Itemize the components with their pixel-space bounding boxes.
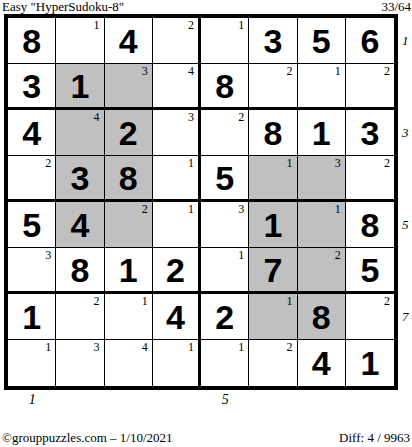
cell-r4c3[interactable]: 8 bbox=[105, 156, 153, 202]
cell-value: 1 bbox=[105, 248, 152, 291]
pencil-mark: 2 bbox=[238, 110, 244, 124]
cell-value: 8 bbox=[56, 248, 103, 291]
cell-value: 3 bbox=[249, 18, 296, 63]
cell-r7c6[interactable]: 1 bbox=[249, 294, 297, 340]
cell-r3c1[interactable]: 4 bbox=[8, 110, 56, 156]
cell-value: 8 bbox=[201, 64, 248, 107]
cell-value: 1 bbox=[298, 110, 345, 155]
cell-r4c4[interactable]: 1 bbox=[153, 156, 201, 202]
pencil-mark: 1 bbox=[188, 202, 194, 216]
pencil-mark: 1 bbox=[335, 64, 341, 78]
cell-r6c2[interactable]: 8 bbox=[56, 248, 104, 294]
cell-value: 1 bbox=[56, 64, 103, 107]
pencil-mark: 3 bbox=[45, 248, 51, 262]
pencil-mark: 2 bbox=[287, 340, 293, 354]
cell-r8c6[interactable]: 2 bbox=[249, 340, 297, 386]
cell-r5c8[interactable]: 8 bbox=[346, 202, 394, 248]
difficulty-text: Diff: 4 / 9963 bbox=[339, 430, 410, 446]
pencil-mark: 1 bbox=[238, 18, 244, 32]
cell-value: 3 bbox=[8, 64, 55, 107]
cell-r4c5[interactable]: 5 bbox=[201, 156, 249, 202]
cell-r2c5[interactable]: 8 bbox=[201, 64, 249, 110]
cell-r1c2[interactable]: 1 bbox=[56, 18, 104, 64]
pencil-mark: 1 bbox=[238, 340, 244, 354]
cell-r2c8[interactable]: 2 bbox=[346, 64, 394, 110]
cell-value: 4 bbox=[153, 294, 198, 339]
cell-r6c7[interactable]: 2 bbox=[298, 248, 346, 294]
cell-r8c7[interactable]: 4 bbox=[298, 340, 346, 386]
pencil-mark: 1 bbox=[188, 156, 194, 170]
cell-value: 4 bbox=[298, 340, 345, 386]
cell-value: 4 bbox=[8, 110, 55, 155]
cell-value: 6 bbox=[346, 18, 394, 63]
pencil-mark: 3 bbox=[238, 202, 244, 216]
pencil-mark: 1 bbox=[188, 340, 194, 354]
cell-value: 8 bbox=[249, 110, 296, 155]
pencil-mark: 1 bbox=[94, 18, 100, 32]
cell-value: 5 bbox=[8, 202, 55, 247]
cell-r7c3[interactable]: 1 bbox=[105, 294, 153, 340]
cell-r5c4[interactable]: 1 bbox=[153, 202, 201, 248]
row-label-5: 5 bbox=[402, 217, 409, 233]
pencil-mark: 1 bbox=[287, 156, 293, 170]
copyright-text: ©grouppuzzles.com – 1/10/2021 bbox=[2, 430, 173, 446]
cell-r4c1[interactable]: 2 bbox=[8, 156, 56, 202]
cell-r8c3[interactable]: 4 bbox=[105, 340, 153, 386]
row-label-7: 7 bbox=[402, 309, 409, 325]
cell-r2c4[interactable]: 4 bbox=[153, 64, 201, 110]
cell-r4c8[interactable]: 2 bbox=[346, 156, 394, 202]
pencil-mark: 2 bbox=[188, 18, 194, 32]
cell-r3c6[interactable]: 8 bbox=[249, 110, 297, 156]
cell-r3c5[interactable]: 2 bbox=[201, 110, 249, 156]
cell-value: 3 bbox=[346, 110, 394, 155]
cell-value: 5 bbox=[346, 248, 394, 291]
pencil-mark: 1 bbox=[142, 294, 148, 308]
cell-r3c2[interactable]: 4 bbox=[56, 110, 104, 156]
cell-r3c3[interactable]: 2 bbox=[105, 110, 153, 156]
cell-value: 5 bbox=[201, 156, 248, 199]
cell-r6c6[interactable]: 7 bbox=[249, 248, 297, 294]
cell-r5c3[interactable]: 2 bbox=[105, 202, 153, 248]
cell-r6c1[interactable]: 3 bbox=[8, 248, 56, 294]
cell-r7c7[interactable]: 8 bbox=[298, 294, 346, 340]
cell-r5c7[interactable]: 1 bbox=[298, 202, 346, 248]
cell-counter: 33/64 bbox=[381, 0, 411, 15]
cell-r5c5[interactable]: 3 bbox=[201, 202, 249, 248]
pencil-mark: 3 bbox=[335, 156, 341, 170]
cell-r6c4[interactable]: 2 bbox=[153, 248, 201, 294]
cell-value: 4 bbox=[56, 202, 103, 247]
row-label-1: 1 bbox=[402, 33, 409, 49]
cell-value: 2 bbox=[105, 110, 152, 155]
pencil-mark: 2 bbox=[384, 64, 390, 78]
cell-r8c8[interactable]: 1 bbox=[346, 340, 394, 386]
cell-value: 1 bbox=[8, 294, 55, 339]
cell-value: 3 bbox=[56, 156, 103, 199]
cell-r2c7[interactable]: 1 bbox=[298, 64, 346, 110]
cell-r4c2[interactable]: 3 bbox=[56, 156, 104, 202]
cell-r3c7[interactable]: 1 bbox=[298, 110, 346, 156]
row-label-3: 3 bbox=[402, 125, 409, 141]
cell-r3c4[interactable]: 3 bbox=[153, 110, 201, 156]
sudoku-board: 8142135631348212442328132381513254213118… bbox=[4, 14, 398, 390]
pencil-mark: 2 bbox=[384, 294, 390, 308]
pencil-mark: 3 bbox=[142, 64, 148, 78]
cell-r1c6[interactable]: 3 bbox=[249, 18, 297, 64]
cell-r7c4[interactable]: 4 bbox=[153, 294, 201, 340]
pencil-mark: 4 bbox=[142, 340, 148, 354]
cell-r7c2[interactable]: 2 bbox=[56, 294, 104, 340]
pencil-mark: 1 bbox=[335, 202, 341, 216]
pencil-mark: 2 bbox=[335, 248, 341, 262]
pencil-mark: 2 bbox=[142, 202, 148, 216]
pencil-mark: 2 bbox=[384, 156, 390, 170]
cell-r2c1[interactable]: 3 bbox=[8, 64, 56, 110]
pencil-mark: 4 bbox=[188, 64, 194, 78]
cell-value: 8 bbox=[298, 294, 345, 339]
col-label-1: 1 bbox=[29, 392, 36, 408]
cell-r2c6[interactable]: 2 bbox=[249, 64, 297, 110]
cell-value: 8 bbox=[8, 18, 55, 63]
cell-value: 5 bbox=[298, 18, 345, 63]
cell-r8c5[interactable]: 1 bbox=[201, 340, 249, 386]
puzzle-title: Easy "HyperSudoku-8" bbox=[2, 0, 124, 15]
cell-r1c5[interactable]: 1 bbox=[201, 18, 249, 64]
cell-r5c6[interactable]: 1 bbox=[249, 202, 297, 248]
cell-value: 8 bbox=[346, 202, 394, 247]
cell-value: 1 bbox=[249, 202, 296, 247]
pencil-mark: 3 bbox=[188, 110, 194, 124]
cell-value: 1 bbox=[346, 340, 394, 386]
pencil-mark: 1 bbox=[45, 340, 51, 354]
cell-r5c1[interactable]: 5 bbox=[8, 202, 56, 248]
cell-r8c2[interactable]: 3 bbox=[56, 340, 104, 386]
cell-r1c3[interactable]: 4 bbox=[105, 18, 153, 64]
cell-r8c1[interactable]: 1 bbox=[8, 340, 56, 386]
cell-r6c3[interactable]: 1 bbox=[105, 248, 153, 294]
cell-r1c4[interactable]: 2 bbox=[153, 18, 201, 64]
cell-r6c8[interactable]: 5 bbox=[346, 248, 394, 294]
cell-r4c7[interactable]: 3 bbox=[298, 156, 346, 202]
pencil-mark: 1 bbox=[287, 294, 293, 308]
cell-r7c5[interactable]: 2 bbox=[201, 294, 249, 340]
cell-r6c5[interactable]: 1 bbox=[201, 248, 249, 294]
cell-r5c2[interactable]: 4 bbox=[56, 202, 104, 248]
cell-value: 7 bbox=[249, 248, 296, 291]
cell-r1c1[interactable]: 8 bbox=[8, 18, 56, 64]
pencil-mark: 4 bbox=[94, 110, 100, 124]
pencil-mark: 2 bbox=[94, 294, 100, 308]
cell-r2c3[interactable]: 3 bbox=[105, 64, 153, 110]
cell-r7c8[interactable]: 2 bbox=[346, 294, 394, 340]
cell-value: 2 bbox=[153, 248, 198, 291]
cell-r2c2[interactable]: 1 bbox=[56, 64, 104, 110]
pencil-mark: 2 bbox=[287, 64, 293, 78]
col-label-5: 5 bbox=[222, 392, 229, 408]
pencil-mark: 2 bbox=[45, 156, 51, 170]
cell-r8c4[interactable]: 1 bbox=[153, 340, 201, 386]
puzzle-page: Easy "HyperSudoku-8" 33/64 8142135631348… bbox=[0, 0, 412, 447]
cell-r1c7[interactable]: 5 bbox=[298, 18, 346, 64]
cell-value: 4 bbox=[105, 18, 152, 63]
pencil-mark: 3 bbox=[94, 340, 100, 354]
cell-r7c1[interactable]: 1 bbox=[8, 294, 56, 340]
cell-value: 2 bbox=[201, 294, 248, 339]
cell-value: 8 bbox=[105, 156, 152, 199]
pencil-mark: 1 bbox=[238, 248, 244, 262]
cell-r3c8[interactable]: 3 bbox=[346, 110, 394, 156]
cell-r4c6[interactable]: 1 bbox=[249, 156, 297, 202]
cell-r1c8[interactable]: 6 bbox=[346, 18, 394, 64]
